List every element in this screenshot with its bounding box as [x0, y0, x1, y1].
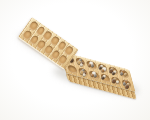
stone: [94, 74, 98, 78]
board-half-raised: [18, 17, 79, 70]
stone: [79, 63, 83, 67]
photo-backdrop: [0, 0, 150, 120]
pit-raised-r1c6[interactable]: [64, 45, 75, 56]
stone: [101, 69, 105, 73]
pit-raised-r2c6[interactable]: [57, 54, 68, 65]
pit-flat-r2c5[interactable]: [110, 76, 121, 86]
raised-half-pit-grid: [22, 20, 74, 65]
pit-flat-r2c6[interactable]: [121, 79, 132, 89]
pit-flat-r2c4[interactable]: [100, 73, 111, 83]
pit-flat-r1c6[interactable]: [118, 69, 129, 79]
pit-flat-r1c4[interactable]: [97, 63, 108, 73]
pit-flat-r1c5[interactable]: [108, 66, 119, 76]
stone: [123, 73, 127, 77]
pit-flat-r2c3[interactable]: [89, 70, 100, 80]
pit-flat-r2c1[interactable]: [67, 64, 78, 74]
stone: [82, 73, 86, 77]
stone: [116, 80, 120, 84]
stone: [125, 84, 130, 89]
pit-flat-r1c2[interactable]: [75, 57, 86, 67]
stone: [91, 64, 95, 68]
pit-flat-r2c2[interactable]: [78, 67, 89, 77]
stone: [101, 76, 105, 80]
pit-flat-r1c3[interactable]: [86, 60, 97, 70]
